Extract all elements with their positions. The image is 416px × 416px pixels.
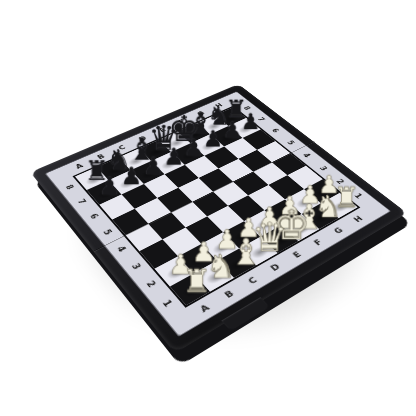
product-photo-chess-set: ABCDEFGH ABCDEFGH 87654321 87654321 ♜♞♝♛… bbox=[0, 0, 416, 416]
label-text: 2 bbox=[145, 280, 159, 290]
black-pawn: ♟ bbox=[97, 174, 123, 198]
black-pawn: ♟ bbox=[119, 164, 144, 188]
label-text: A bbox=[74, 162, 85, 170]
label-text: B bbox=[222, 289, 235, 300]
label-text: 4 bbox=[301, 152, 312, 159]
black-pawn: ♟ bbox=[140, 154, 165, 178]
label-text: H bbox=[352, 214, 365, 223]
label-text: 3 bbox=[129, 262, 142, 271]
label-text: 7 bbox=[76, 198, 88, 206]
label-text: F bbox=[312, 238, 324, 247]
label-text: 8 bbox=[64, 183, 76, 190]
label-text: 5 bbox=[101, 228, 114, 236]
label-text: E bbox=[291, 250, 303, 260]
label-text: 6 bbox=[88, 213, 100, 221]
label-text: 1 bbox=[160, 298, 174, 308]
label-text: A bbox=[198, 303, 212, 315]
white-rook: ♜ bbox=[182, 265, 211, 296]
label-text: D bbox=[268, 262, 282, 273]
label-text: 6 bbox=[270, 128, 281, 134]
label-text: 4 bbox=[115, 244, 128, 253]
label-text: C bbox=[246, 275, 259, 286]
label-text: 5 bbox=[285, 140, 296, 146]
label-text: G bbox=[332, 226, 345, 236]
chess-board: ABCDEFGH ABCDEFGH 87654321 87654321 ♜♞♝♛… bbox=[30, 84, 407, 353]
